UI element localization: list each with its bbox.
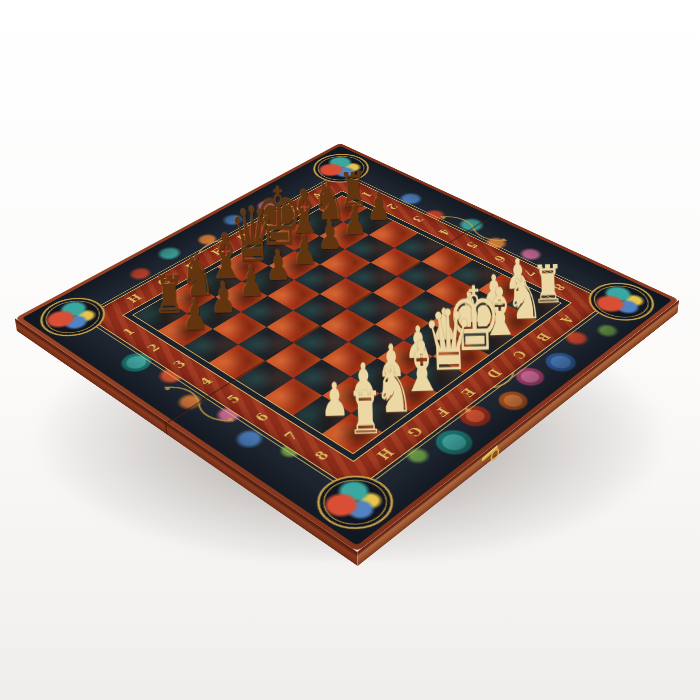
coordinate-label: D	[235, 233, 252, 242]
coordinate-label: A	[558, 314, 576, 325]
perspective-wrapper: 12345678 12345678 HGFEDCBA HGFEDCBA	[0, 0, 700, 700]
product-photo-scene: 12345678 12345678 HGFEDCBA HGFEDCBA	[0, 0, 700, 700]
coordinate-label: B	[534, 331, 553, 342]
coordinate-label: 4	[436, 227, 452, 236]
coordinate-label: 4	[197, 376, 215, 387]
coordinate-label: F	[183, 262, 199, 271]
coordinate-label: E	[209, 247, 225, 256]
coordinate-label: 5	[464, 241, 480, 250]
coordinate-label: 3	[410, 215, 426, 223]
piece-glyph: ♟	[210, 277, 237, 320]
coordinate-label: G	[404, 425, 425, 439]
piece-glyph: ♟	[320, 377, 350, 424]
rank-labels-left: 12345678	[106, 318, 347, 473]
coordinate-label: C	[510, 349, 529, 360]
coordinate-label: 8	[312, 449, 331, 462]
board-top-face: 12345678 12345678 HGFEDCBA HGFEDCBA	[15, 143, 679, 552]
coordinate-label: 5	[225, 393, 243, 405]
camera-tilt: 12345678 12345678 HGFEDCBA HGFEDCBA	[0, 0, 700, 700]
coordinate-label: D	[484, 367, 504, 379]
coordinate-label: 1	[120, 327, 137, 337]
piece-glyph: ♟	[181, 294, 208, 338]
coordinate-label: C	[261, 218, 277, 227]
chess-board: 12345678 12345678 HGFEDCBA HGFEDCBA	[15, 143, 679, 552]
coordinate-label: B	[286, 205, 302, 214]
coordinate-label: H	[125, 293, 144, 304]
coordinate-label: 6	[253, 411, 271, 423]
coordinate-label: A	[310, 191, 326, 199]
coordinate-label: 1	[359, 190, 374, 198]
coordinate-label: 2	[145, 343, 162, 354]
coordinate-label: 3	[171, 359, 188, 370]
coordinate-label: 2	[384, 202, 399, 210]
coordinate-label: 6	[492, 254, 508, 263]
piece-glyph: ♜	[347, 383, 384, 443]
coordinate-label: F	[433, 406, 452, 418]
coordinate-label: E	[458, 386, 477, 398]
coordinate-label: H	[374, 446, 396, 461]
coordinate-label: 7	[282, 430, 301, 442]
filigree-ornament	[156, 376, 242, 432]
